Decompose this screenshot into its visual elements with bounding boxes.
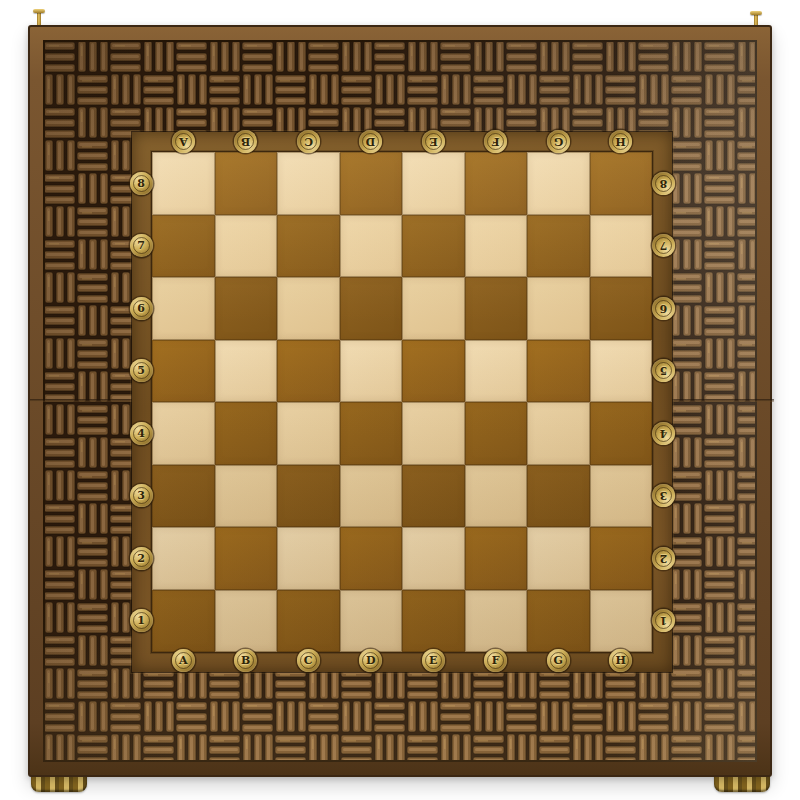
- coord-disc-right-rank-6: 6: [652, 297, 675, 320]
- coord-disc-top-file-e: E: [422, 130, 445, 153]
- coord-disc-bottom-file-a: A: [172, 649, 195, 672]
- coord-disc-left-rank-4: 4: [130, 422, 153, 445]
- brass-hinge-pin-left: [37, 11, 41, 25]
- coord-disc-right-rank-8: 8: [652, 172, 675, 195]
- coord-disc-bottom-file-c: C: [297, 649, 320, 672]
- coordinate-discs-layer: AA88BB77CC66DD55EE44FF33GG22HH11: [30, 27, 770, 775]
- coord-disc-bottom-file-b: B: [234, 649, 257, 672]
- coord-disc-right-rank-5: 5: [652, 359, 675, 382]
- coord-disc-bottom-file-e: E: [422, 649, 445, 672]
- coord-disc-bottom-file-d: D: [359, 649, 382, 672]
- coord-disc-top-file-b: B: [234, 130, 257, 153]
- coord-disc-left-rank-1: 1: [130, 609, 153, 632]
- coord-disc-left-rank-5: 5: [130, 359, 153, 382]
- coord-disc-top-file-g: G: [547, 130, 570, 153]
- coord-disc-right-rank-7: 7: [652, 234, 675, 257]
- coord-disc-left-rank-6: 6: [130, 297, 153, 320]
- photo-background: AA88BB77CC66DD55EE44FF33GG22HH11: [0, 0, 800, 800]
- coord-disc-right-rank-4: 4: [652, 422, 675, 445]
- coord-disc-top-file-d: D: [359, 130, 382, 153]
- chess-board-box: AA88BB77CC66DD55EE44FF33GG22HH11: [28, 25, 772, 777]
- coord-disc-top-file-a: A: [172, 130, 195, 153]
- coord-disc-bottom-file-f: F: [484, 649, 507, 672]
- coord-disc-right-rank-1: 1: [652, 609, 675, 632]
- coord-disc-right-rank-2: 2: [652, 547, 675, 570]
- coord-disc-left-rank-7: 7: [130, 234, 153, 257]
- coord-disc-top-file-h: H: [609, 130, 632, 153]
- coord-disc-top-file-c: C: [297, 130, 320, 153]
- coord-disc-top-file-f: F: [484, 130, 507, 153]
- coord-disc-left-rank-8: 8: [130, 172, 153, 195]
- coord-disc-bottom-file-h: H: [609, 649, 632, 672]
- coord-disc-bottom-file-g: G: [547, 649, 570, 672]
- coord-disc-left-rank-2: 2: [130, 547, 153, 570]
- coord-disc-left-rank-3: 3: [130, 484, 153, 507]
- coord-disc-right-rank-3: 3: [652, 484, 675, 507]
